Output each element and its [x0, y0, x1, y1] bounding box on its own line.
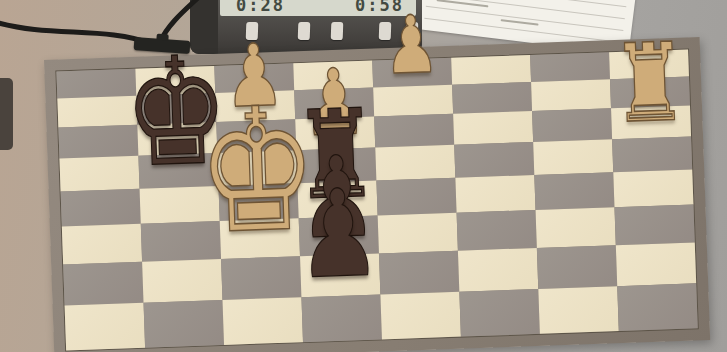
square-c4: ♟ — [295, 117, 375, 151]
clock-right-time: 0:58 — [355, 0, 404, 15]
square-g5 — [379, 251, 459, 295]
square-d2: ♚ — [138, 153, 218, 189]
square-a6 — [451, 55, 531, 85]
square-f5 — [378, 213, 458, 254]
clock-button — [331, 22, 344, 40]
square-a2 — [135, 66, 215, 96]
square-c7 — [532, 108, 612, 142]
square-e3 — [219, 183, 299, 221]
square-e1 — [61, 189, 141, 227]
board-frame-inner-edge: ♟♟♟♜♚♜♚♟♟ — [56, 50, 697, 351]
square-h6 — [459, 289, 540, 337]
square-h8 — [617, 283, 698, 331]
square-b2 — [136, 93, 216, 125]
square-g7 — [537, 245, 617, 289]
square-h7 — [538, 286, 619, 334]
square-a3 — [214, 63, 294, 93]
square-c1 — [58, 125, 138, 159]
square-e7 — [534, 172, 614, 210]
tournament-photo: { "game": "chess", "scene_type": "overhe… — [0, 0, 727, 352]
square-e4: ♜ — [297, 180, 377, 218]
square-f4: ♟ — [299, 215, 379, 256]
square-f7 — [536, 207, 616, 248]
square-d7 — [533, 139, 613, 175]
square-f6 — [457, 210, 537, 251]
square-c2 — [137, 122, 217, 156]
square-h1 — [65, 303, 146, 351]
square-a8 — [609, 50, 689, 80]
chessboard: ♟♟♟♜♚♜♚♟♟ — [44, 37, 710, 352]
square-a5: ♟ — [372, 58, 452, 88]
square-a7 — [530, 52, 610, 82]
clock-button — [406, 22, 419, 40]
square-g6 — [458, 248, 538, 292]
square-e5 — [376, 178, 456, 216]
clock-button — [379, 22, 392, 40]
square-d4 — [296, 147, 376, 183]
square-g4: ♟ — [300, 253, 380, 297]
table-edge-object — [0, 78, 13, 150]
square-d5 — [375, 145, 455, 181]
square-c6 — [453, 111, 533, 145]
square-f1 — [62, 224, 142, 265]
square-b7 — [531, 79, 611, 111]
square-c5 — [374, 114, 454, 148]
square-g3 — [221, 256, 301, 300]
square-c8: ♜ — [611, 105, 691, 139]
square-f3: ♚ — [220, 218, 300, 259]
square-b4 — [294, 88, 374, 120]
square-b3: ♟ — [215, 90, 295, 122]
board-grid: ♟♟♟♜♚♜♚♟♟ — [56, 50, 697, 351]
square-a4 — [293, 61, 373, 91]
square-b8 — [610, 77, 690, 109]
square-h5 — [380, 292, 461, 340]
square-b6 — [452, 82, 532, 114]
clock-button — [298, 22, 311, 40]
square-b1 — [57, 96, 137, 128]
square-g2 — [142, 259, 222, 303]
square-d3 — [217, 150, 297, 186]
square-d1 — [59, 156, 139, 192]
square-e8 — [613, 169, 693, 207]
square-e2 — [140, 186, 220, 224]
square-g8 — [616, 242, 696, 286]
square-f8 — [614, 204, 694, 245]
square-g1 — [63, 262, 143, 306]
square-c3 — [216, 119, 296, 153]
square-d6 — [454, 142, 534, 178]
square-h2 — [144, 300, 225, 348]
square-d8 — [612, 136, 692, 172]
square-h3 — [222, 297, 303, 345]
square-h4 — [301, 294, 382, 342]
square-a1 — [56, 69, 136, 99]
square-f2 — [141, 221, 221, 262]
square-b5 — [373, 85, 453, 117]
square-e6 — [455, 175, 535, 213]
scoresheet-rule-line — [426, 6, 624, 31]
